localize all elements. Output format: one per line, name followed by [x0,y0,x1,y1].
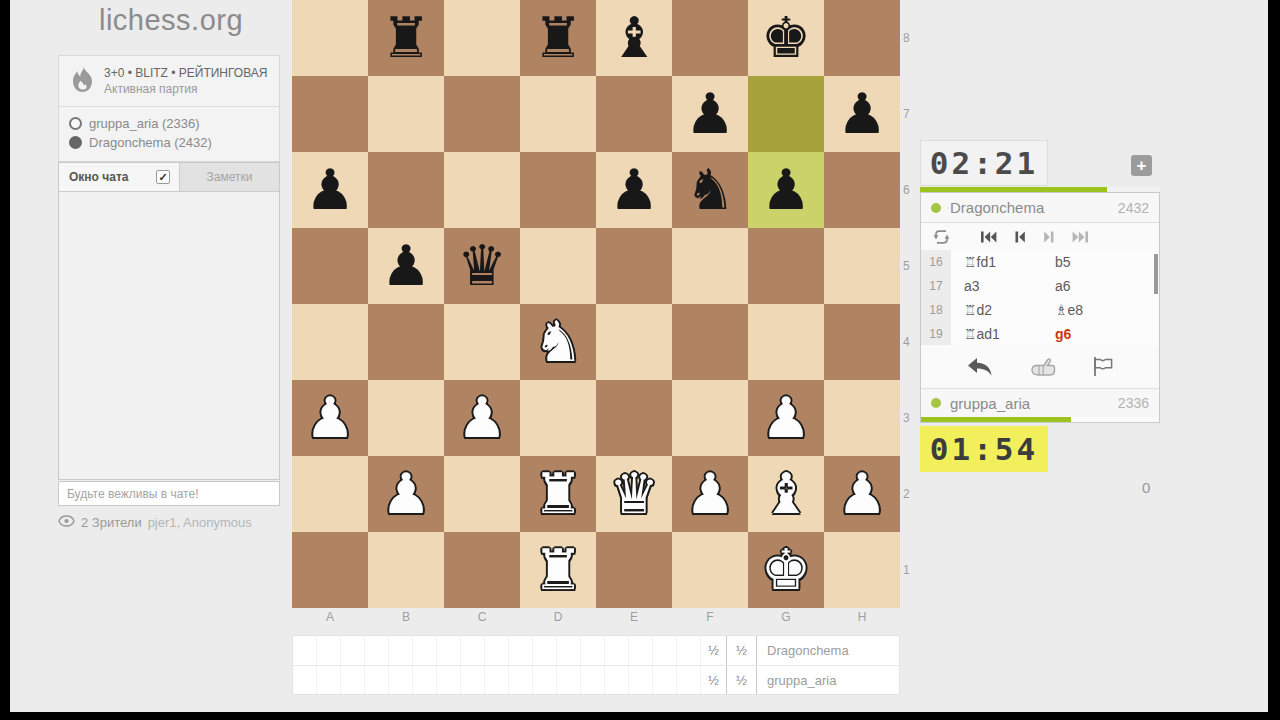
file-label-e: E [596,610,672,624]
square-f4[interactable] [672,304,748,380]
square-a7[interactable] [292,76,368,152]
square-h1[interactable] [824,532,900,608]
previous-move-icon[interactable] [1014,231,1026,243]
black-rook-piece: ♜ [381,10,431,66]
black-knight-piece: ♞ [685,162,735,218]
game-result-cell [485,666,509,694]
game-result-cell [533,666,557,694]
game-result-cell [293,636,317,665]
tab-notes[interactable]: Заметки [179,163,279,191]
square-h7[interactable]: ♟ [824,76,900,152]
flip-board-icon[interactable] [933,229,950,245]
white-move[interactable]: ♖d2 [951,302,1053,318]
file-label-d: D [520,610,596,624]
game-result-cell [317,666,341,694]
black-pawn-piece: ♟ [685,86,735,142]
takeback-icon[interactable] [966,357,993,377]
white-move[interactable]: a3 [951,278,1053,294]
square-g4[interactable] [748,304,824,380]
square-c4[interactable] [444,304,520,380]
white-queen-piece: ♛ [609,466,659,522]
add-time-button[interactable]: + [1131,155,1152,176]
game-info-box: 3+0 • BLITZ • РЕЙТИНГОВАЯ Активная парти… [58,55,280,162]
square-c2[interactable] [444,456,520,532]
tab-chat-label: Окно чата [69,170,128,184]
black-pawn-piece: ♟ [609,162,659,218]
square-c8[interactable] [444,0,520,76]
white-disc-icon [69,117,82,130]
black-player-row: Dragonchema 2432 [921,193,1159,223]
last-game-result: ½ [701,636,726,665]
file-label-b: B [368,610,444,624]
move-row-17: 17a3a6 [921,274,1159,298]
draw-offer-hand-icon[interactable] [1029,357,1056,377]
game-result-cell [629,636,653,665]
square-e3[interactable] [596,380,672,456]
white-player-line[interactable]: gruppa_aria (2336) [69,114,267,133]
black-clock: 02:21 [920,140,1048,186]
score-row: ½½Dragonchema [293,636,899,665]
black-rook-piece: ♜ [533,10,583,66]
square-a3[interactable]: ♟ [292,380,368,456]
square-h4[interactable] [824,304,900,380]
square-a2[interactable] [292,456,368,532]
white-player-rating: 2336 [1118,395,1149,411]
move-row-16: 16♖fd1b5 [921,250,1159,274]
white-pawn-piece: ♟ [457,390,507,446]
white-bishop-piece: ♝ [761,466,811,522]
square-c1[interactable] [444,532,520,608]
square-e6[interactable]: ♟ [596,152,672,228]
rank-label-5: 5 [903,259,917,273]
first-move-icon[interactable] [980,231,997,243]
game-result-cell [389,636,413,665]
square-f6[interactable]: ♞ [672,152,748,228]
last-game-result: ½ [701,666,726,694]
square-b2[interactable]: ♟ [368,456,444,532]
chess-board: ♜♜♝♚♟♟♟♟♞♟♟♛♞♟♟♟♟♜♛♟♝♟♜♚ [292,0,900,608]
chat-toggle-checkbox[interactable]: ✓ [156,170,170,184]
white-rook-piece: ♜ [533,542,583,598]
rank-label-7: 7 [903,107,917,121]
square-g3[interactable]: ♟ [748,380,824,456]
game-result-cell [605,636,629,665]
game-actions [921,345,1159,388]
white-knight-piece: ♞ [533,314,583,370]
white-clock: 01:54 [920,426,1048,472]
game-result-cell [581,636,605,665]
total-score: ½ [726,636,757,665]
game-result-cell [533,636,557,665]
resign-flag-icon[interactable] [1092,356,1115,377]
game-result-cell [677,636,701,665]
spectators-line: 2 Зрители pjer1, Anonymous [58,515,293,530]
square-h3[interactable] [824,380,900,456]
black-move[interactable]: g6 [1053,326,1159,342]
square-d7[interactable] [520,76,596,152]
game-result-cell [653,666,677,694]
game-result-cell [581,666,605,694]
white-player-name[interactable]: gruppa_aria [950,395,1109,412]
square-d8[interactable]: ♜ [520,0,596,76]
black-pawn-piece: ♟ [305,162,355,218]
square-e7[interactable] [596,76,672,152]
white-player-text: gruppa_aria (2336) [89,114,200,133]
tab-chat[interactable]: Окно чата ✓ [59,163,179,191]
white-pawn-piece: ♟ [761,390,811,446]
black-player-line[interactable]: Dragonchema (2432) [69,133,267,152]
lichess-game-page: lichess.org 3+0 • BLITZ • РЕЙТИНГОВАЯ Ак… [0,0,1280,720]
move-list-scrollbar[interactable] [1154,254,1158,294]
white-pawn-piece: ♟ [685,466,735,522]
square-c6[interactable] [444,152,520,228]
black-player-name[interactable]: Dragonchema [950,199,1109,216]
white-pawn-piece: ♟ [381,466,431,522]
square-b7[interactable] [368,76,444,152]
square-b4[interactable] [368,304,444,380]
black-pawn-piece: ♟ [837,86,887,142]
square-e2[interactable]: ♛ [596,456,672,532]
square-f2[interactable]: ♟ [672,456,748,532]
square-b6[interactable] [368,152,444,228]
square-c7[interactable] [444,76,520,152]
move-controls [921,223,1159,250]
game-result-cell [389,666,413,694]
move-number: 19 [921,322,951,345]
rank-label-2: 2 [903,487,917,501]
square-d4[interactable]: ♞ [520,304,596,380]
rank-label-4: 4 [903,335,917,349]
square-g5[interactable] [748,228,824,304]
game-mode-text: 3+0 • BLITZ • РЕЙТИНГОВАЯ [104,65,267,81]
blitz-flame-icon [71,66,94,97]
page-content: lichess.org 3+0 • BLITZ • РЕЙТИНГОВАЯ Ак… [10,0,1268,712]
square-f1[interactable] [672,532,748,608]
file-label-a: A [292,610,368,624]
chat-input[interactable] [58,481,280,506]
square-g8[interactable]: ♚ [748,0,824,76]
white-king-piece: ♚ [761,542,811,598]
move-number: 16 [921,250,951,274]
game-result-cell [605,666,629,694]
file-label-g: G [748,610,824,624]
white-pawn-piece: ♟ [305,390,355,446]
game-panel: Dragonchema 2432 [920,192,1160,423]
black-bishop-piece: ♝ [609,10,659,66]
game-result-cell [461,636,485,665]
square-f5[interactable] [672,228,748,304]
chat-box: Окно чата ✓ Заметки [58,162,280,480]
score-player-name: gruppa_aria [757,666,899,694]
black-queen-piece: ♛ [457,238,507,294]
square-a4[interactable] [292,304,368,380]
online-dot-icon [931,203,941,213]
black-player-rating: 2432 [1118,200,1149,216]
rank-label-3: 3 [903,411,917,425]
match-score-table: ½½Dragonchema½½gruppa_aria [292,635,900,695]
square-a1[interactable] [292,532,368,608]
rank-label-6: 6 [903,183,917,197]
online-dot-icon [931,398,941,408]
black-king-piece: ♚ [761,10,811,66]
move-number: 17 [921,274,951,298]
rank-label-8: 8 [903,31,917,45]
square-g6[interactable]: ♟ [748,152,824,228]
square-e8[interactable]: ♝ [596,0,672,76]
square-g7[interactable] [748,76,824,152]
spectators-names: pjer1, Anonymous [148,515,252,530]
game-result-cell [341,636,365,665]
black-move[interactable]: b5 [1053,254,1159,270]
move-row-18: 18♖d2♗e8 [921,298,1159,322]
white-time-bar [921,417,1159,422]
black-pawn-piece: ♟ [381,238,431,294]
square-h6[interactable] [824,152,900,228]
square-e4[interactable] [596,304,672,380]
square-b5[interactable]: ♟ [368,228,444,304]
white-move[interactable]: ♖fd1 [951,254,1053,270]
spectators-count: 2 Зрители [81,515,142,530]
square-b1[interactable] [368,532,444,608]
game-result-cell [437,666,461,694]
game-result-cell [437,636,461,665]
game-result-cell [509,636,533,665]
file-label-h: H [824,610,900,624]
white-rook-piece: ♜ [533,466,583,522]
file-label-f: F [672,610,748,624]
square-g1[interactable]: ♚ [748,532,824,608]
square-f8[interactable] [672,0,748,76]
square-e1[interactable] [596,532,672,608]
square-d1[interactable]: ♜ [520,532,596,608]
square-a8[interactable] [292,0,368,76]
square-d6[interactable] [520,152,596,228]
square-c5[interactable]: ♛ [444,228,520,304]
white-player-row: gruppa_aria 2336 [921,388,1159,417]
square-a6[interactable]: ♟ [292,152,368,228]
square-b8[interactable]: ♜ [368,0,444,76]
game-result-cell [677,666,701,694]
game-result-cell [365,666,389,694]
square-f3[interactable] [672,380,748,456]
square-b3[interactable] [368,380,444,456]
game-result-cell [509,666,533,694]
game-result-cell [413,636,437,665]
square-c3[interactable]: ♟ [444,380,520,456]
game-result-cell [317,636,341,665]
eye-icon [58,515,75,530]
game-result-cell [365,636,389,665]
square-h5[interactable] [824,228,900,304]
last-move-icon[interactable] [1072,231,1089,243]
white-pawn-piece: ♟ [837,466,887,522]
move-list: 16♖fd1b517a3a618♖d2♗e819♖ad1g6 [921,250,1159,345]
white-move[interactable]: ♖ad1 [951,326,1053,342]
game-status-text: Активная партия [104,81,267,97]
square-a5[interactable] [292,228,368,304]
game-result-cell [653,636,677,665]
game-result-cell [557,636,581,665]
black-pawn-piece: ♟ [761,162,811,218]
move-row-19: 19♖ad1g6 [921,322,1159,345]
game-result-cell [413,666,437,694]
next-move-icon[interactable] [1043,231,1055,243]
move-number: 18 [921,298,951,322]
game-result-cell [293,666,317,694]
score-player-name: Dragonchema [757,636,899,665]
file-label-c: C [444,610,520,624]
square-e5[interactable] [596,228,672,304]
score-row: ½½gruppa_aria [293,665,899,694]
square-d5[interactable] [520,228,596,304]
rank-label-1: 1 [903,563,917,577]
square-h2[interactable]: ♟ [824,456,900,532]
square-g2[interactable]: ♝ [748,456,824,532]
total-score: ½ [726,666,757,694]
square-f7[interactable]: ♟ [672,76,748,152]
black-player-text: Dragonchema (2432) [89,133,212,152]
notification-counter: 0 [1142,479,1150,496]
game-result-cell [461,666,485,694]
black-move[interactable]: a6 [1053,278,1159,294]
black-disc-icon [69,136,82,149]
game-result-cell [341,666,365,694]
black-move[interactable]: ♗e8 [1053,302,1159,318]
game-result-cell [485,636,509,665]
square-d2[interactable]: ♜ [520,456,596,532]
game-result-cell [557,666,581,694]
lichess-logo[interactable]: lichess.org [65,4,277,37]
square-d3[interactable] [520,380,596,456]
game-result-cell [629,666,653,694]
square-h8[interactable] [824,0,900,76]
